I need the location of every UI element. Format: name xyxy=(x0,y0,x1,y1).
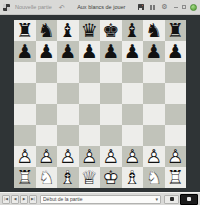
piece-black-rook: ♜ xyxy=(16,20,33,41)
square-d5[interactable] xyxy=(79,83,101,104)
window-title: Aux blancs de jouer xyxy=(70,4,133,10)
piece-outline-layer: ♖ xyxy=(165,167,187,188)
square-c1[interactable]: ♝♗ xyxy=(57,167,79,188)
piece-white-king: ♚♔ xyxy=(100,167,122,188)
piece-outline-layer: ♙ xyxy=(122,146,144,167)
square-f7[interactable]: ♟ xyxy=(122,41,144,62)
square-a6[interactable] xyxy=(14,62,36,83)
square-f3[interactable] xyxy=(122,125,144,146)
piece-black-bishop: ♝ xyxy=(124,20,141,41)
square-a8[interactable]: ♜ xyxy=(14,20,36,41)
square-g1[interactable]: ♞♘ xyxy=(143,167,165,188)
square-e5[interactable] xyxy=(100,83,122,104)
square-d6[interactable] xyxy=(79,62,101,83)
square-e6[interactable] xyxy=(100,62,122,83)
black-clock-icon xyxy=(187,197,191,201)
square-h6[interactable] xyxy=(165,62,187,83)
square-b4[interactable] xyxy=(36,104,58,125)
square-a7[interactable]: ♟ xyxy=(14,41,36,62)
save-game-button[interactable] xyxy=(136,2,145,12)
square-b1[interactable]: ♞♘ xyxy=(36,167,58,188)
piece-outline-layer: ♙ xyxy=(143,146,165,167)
square-a1[interactable]: ♜♖ xyxy=(14,167,36,188)
piece-black-pawn: ♟ xyxy=(167,41,184,62)
white-player-clock[interactable] xyxy=(164,195,179,204)
square-h1[interactable]: ♜♖ xyxy=(165,167,187,188)
piece-black-pawn: ♟ xyxy=(38,41,55,62)
chess-board: ♜♞♝♛♚♝♞♜♟♟♟♟♟♟♟♟♟♙♟♙♟♙♟♙♟♙♟♙♟♙♟♙♜♖♞♘♝♗♛♕… xyxy=(14,20,186,188)
square-c3[interactable] xyxy=(57,125,79,146)
square-f2[interactable]: ♟♙ xyxy=(122,146,144,167)
piece-white-rook: ♜♖ xyxy=(14,167,36,188)
piece-black-pawn: ♟ xyxy=(16,41,33,62)
piece-white-knight: ♞♘ xyxy=(143,167,165,188)
settings-menu-button[interactable]: ⚙ xyxy=(160,2,169,12)
square-f6[interactable] xyxy=(122,62,144,83)
piece-white-bishop: ♝♗ xyxy=(122,167,144,188)
black-player-clock[interactable] xyxy=(180,194,198,205)
piece-outline-layer: ♘ xyxy=(36,167,58,188)
piece-white-pawn: ♟♙ xyxy=(143,146,165,167)
pause-button[interactable] xyxy=(148,2,157,12)
square-g4[interactable] xyxy=(143,104,165,125)
square-b6[interactable] xyxy=(36,62,58,83)
square-b2[interactable]: ♟♙ xyxy=(36,146,58,167)
minimize-button[interactable] xyxy=(174,7,178,8)
piece-black-rook: ♜ xyxy=(167,20,184,41)
piece-outline-layer: ♗ xyxy=(122,167,144,188)
chevron-down-icon: ▾ xyxy=(155,196,158,203)
square-f8[interactable]: ♝ xyxy=(122,20,144,41)
previous-move-button[interactable]: ◀ xyxy=(11,195,19,204)
square-g2[interactable]: ♟♙ xyxy=(143,146,165,167)
piece-white-pawn: ♟♙ xyxy=(36,146,58,167)
piece-outline-layer: ♔ xyxy=(100,167,122,188)
board-frame: ♜♞♝♛♚♝♞♜♟♟♟♟♟♟♟♟♟♙♟♙♟♙♟♙♟♙♟♙♟♙♟♙♜♖♞♘♝♗♛♕… xyxy=(0,15,200,192)
piece-outline-layer: ♙ xyxy=(14,146,36,167)
square-h7[interactable]: ♟ xyxy=(165,41,187,62)
piece-white-rook: ♜♖ xyxy=(165,167,187,188)
piece-white-pawn: ♟♙ xyxy=(122,146,144,167)
piece-outline-layer: ♖ xyxy=(14,167,36,188)
next-move-button[interactable]: ▶ xyxy=(20,195,28,204)
square-a2[interactable]: ♟♙ xyxy=(14,146,36,167)
square-g3[interactable] xyxy=(143,125,165,146)
square-b5[interactable] xyxy=(36,83,58,104)
undo-move-icon[interactable]: ↶ xyxy=(57,3,67,12)
square-g6[interactable] xyxy=(143,62,165,83)
square-b3[interactable] xyxy=(36,125,58,146)
maximize-button[interactable] xyxy=(182,5,186,9)
square-h5[interactable] xyxy=(165,83,187,104)
piece-black-pawn: ♟ xyxy=(59,41,76,62)
piece-outline-layer: ♘ xyxy=(143,167,165,188)
square-g8[interactable]: ♞ xyxy=(143,20,165,41)
piece-white-pawn: ♟♙ xyxy=(100,146,122,167)
piece-black-knight: ♞ xyxy=(38,20,55,41)
piece-black-bishop: ♝ xyxy=(59,20,76,41)
piece-outline-layer: ♙ xyxy=(36,146,58,167)
piece-black-king: ♚ xyxy=(102,20,119,41)
move-selector-dropdown[interactable]: Début de la partie ▾ xyxy=(40,195,161,204)
piece-outline-layer: ♕ xyxy=(79,167,101,188)
square-b8[interactable]: ♞ xyxy=(36,20,58,41)
square-a3[interactable] xyxy=(14,125,36,146)
pause-icon xyxy=(150,5,155,10)
square-d8[interactable]: ♛ xyxy=(79,20,101,41)
white-clock-icon xyxy=(170,197,174,201)
square-c7[interactable]: ♟ xyxy=(57,41,79,62)
square-e4[interactable] xyxy=(100,104,122,125)
floppy-disk-icon xyxy=(138,4,144,10)
square-d1[interactable]: ♛♕ xyxy=(79,167,101,188)
app-icon[interactable] xyxy=(3,4,10,11)
square-c8[interactable]: ♝ xyxy=(57,20,79,41)
piece-outline-layer: ♙ xyxy=(100,146,122,167)
piece-white-queen: ♛♕ xyxy=(79,167,101,188)
square-e1[interactable]: ♚♔ xyxy=(100,167,122,188)
piece-white-knight: ♞♘ xyxy=(36,167,58,188)
square-d4[interactable] xyxy=(79,104,101,125)
first-move-button[interactable]: |◀ xyxy=(2,195,10,204)
piece-outline-layer: ♙ xyxy=(79,146,101,167)
square-a5[interactable] xyxy=(14,83,36,104)
piece-black-knight: ♞ xyxy=(145,20,162,41)
piece-black-pawn: ♟ xyxy=(124,41,141,62)
square-h8[interactable]: ♜ xyxy=(165,20,187,41)
last-move-button[interactable]: ▶| xyxy=(29,195,37,204)
piece-white-pawn: ♟♙ xyxy=(79,146,101,167)
piece-black-pawn: ♟ xyxy=(81,41,98,62)
piece-white-pawn: ♟♙ xyxy=(57,146,79,167)
piece-outline-layer: ♙ xyxy=(57,146,79,167)
square-d2[interactable]: ♟♙ xyxy=(79,146,101,167)
square-c6[interactable] xyxy=(57,62,79,83)
chess-app-window: Nouvelle partie ↶ Aux blancs de jouer ⚙ … xyxy=(0,0,200,205)
square-g7[interactable]: ♟ xyxy=(143,41,165,62)
piece-black-pawn: ♟ xyxy=(145,41,162,62)
piece-black-pawn: ♟ xyxy=(102,41,119,62)
square-h3[interactable] xyxy=(165,125,187,146)
square-g5[interactable] xyxy=(143,83,165,104)
move-selector-value: Début de la partie xyxy=(43,196,155,202)
square-d7[interactable]: ♟ xyxy=(79,41,101,62)
history-bar: |◀ ◀ ▶ ▶| Début de la partie ▾ xyxy=(0,192,200,205)
piece-white-pawn: ♟♙ xyxy=(14,146,36,167)
piece-outline-layer: ♙ xyxy=(165,146,187,167)
square-f5[interactable] xyxy=(122,83,144,104)
close-button[interactable] xyxy=(190,4,197,11)
square-e7[interactable]: ♟ xyxy=(100,41,122,62)
square-a4[interactable] xyxy=(14,104,36,125)
gear-icon: ⚙ xyxy=(161,4,167,11)
window-controls xyxy=(174,4,197,11)
header-bar: Nouvelle partie ↶ Aux blancs de jouer ⚙ xyxy=(0,0,200,15)
square-b7[interactable]: ♟ xyxy=(36,41,58,62)
square-h4[interactable] xyxy=(165,104,187,125)
square-d3[interactable] xyxy=(79,125,101,146)
square-h2[interactable]: ♟♙ xyxy=(165,146,187,167)
square-f1[interactable]: ♝♗ xyxy=(122,167,144,188)
piece-outline-layer: ♗ xyxy=(57,167,79,188)
piece-white-bishop: ♝♗ xyxy=(57,167,79,188)
new-game-button[interactable]: Nouvelle partie xyxy=(13,3,54,12)
square-e3[interactable] xyxy=(100,125,122,146)
square-c2[interactable]: ♟♙ xyxy=(57,146,79,167)
square-e8[interactable]: ♚ xyxy=(100,20,122,41)
square-c4[interactable] xyxy=(57,104,79,125)
square-e2[interactable]: ♟♙ xyxy=(100,146,122,167)
piece-white-pawn: ♟♙ xyxy=(165,146,187,167)
square-f4[interactable] xyxy=(122,104,144,125)
piece-black-queen: ♛ xyxy=(81,20,98,41)
square-c5[interactable] xyxy=(57,83,79,104)
